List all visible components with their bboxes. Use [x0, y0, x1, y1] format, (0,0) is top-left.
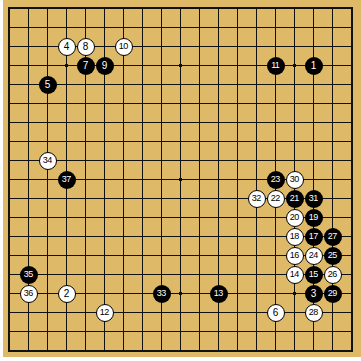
star-point [179, 292, 182, 295]
stone-white-26: 26 [324, 266, 342, 284]
star-point [293, 64, 296, 67]
star-point [293, 292, 296, 295]
stone-white-30: 30 [286, 171, 304, 189]
stone-black-7: 7 [77, 57, 95, 75]
stone-white-36: 36 [20, 285, 38, 303]
stone-black-25: 25 [324, 247, 342, 265]
stone-white-18: 18 [286, 228, 304, 246]
stone-black-27: 27 [324, 228, 342, 246]
stone-black-19: 19 [305, 209, 323, 227]
stone-black-17: 17 [305, 228, 323, 246]
stone-black-1: 1 [305, 57, 323, 75]
stone-white-14: 14 [286, 266, 304, 284]
stone-white-12: 12 [96, 304, 114, 322]
stone-white-32: 32 [248, 190, 266, 208]
stone-black-3: 3 [305, 285, 323, 303]
stone-black-29: 29 [324, 285, 342, 303]
star-point [179, 178, 182, 181]
stone-black-33: 33 [153, 285, 171, 303]
stone-white-22: 22 [267, 190, 285, 208]
stones-layer: 1234567891011121314151617181920212223242… [0, 0, 361, 360]
stone-black-9: 9 [96, 57, 114, 75]
stone-black-5: 5 [39, 76, 57, 94]
star-point [179, 64, 182, 67]
stone-black-11: 11 [267, 57, 285, 75]
stone-black-13: 13 [210, 285, 228, 303]
stone-white-2: 2 [58, 285, 76, 303]
stone-white-8: 8 [77, 38, 95, 56]
stone-black-15: 15 [305, 266, 323, 284]
stone-white-10: 10 [115, 38, 133, 56]
star-point [65, 64, 68, 67]
stone-black-37: 37 [58, 171, 76, 189]
stone-white-6: 6 [267, 304, 285, 322]
stone-black-31: 31 [305, 190, 323, 208]
stone-black-23: 23 [267, 171, 285, 189]
stone-white-34: 34 [39, 152, 57, 170]
stone-white-16: 16 [286, 247, 304, 265]
stone-white-28: 28 [305, 304, 323, 322]
stone-white-20: 20 [286, 209, 304, 227]
go-board: 1234567891011121314151617181920212223242… [3, 0, 361, 357]
stone-white-4: 4 [58, 38, 76, 56]
stone-black-21: 21 [286, 190, 304, 208]
stone-white-24: 24 [305, 247, 323, 265]
stone-black-35: 35 [20, 266, 38, 284]
